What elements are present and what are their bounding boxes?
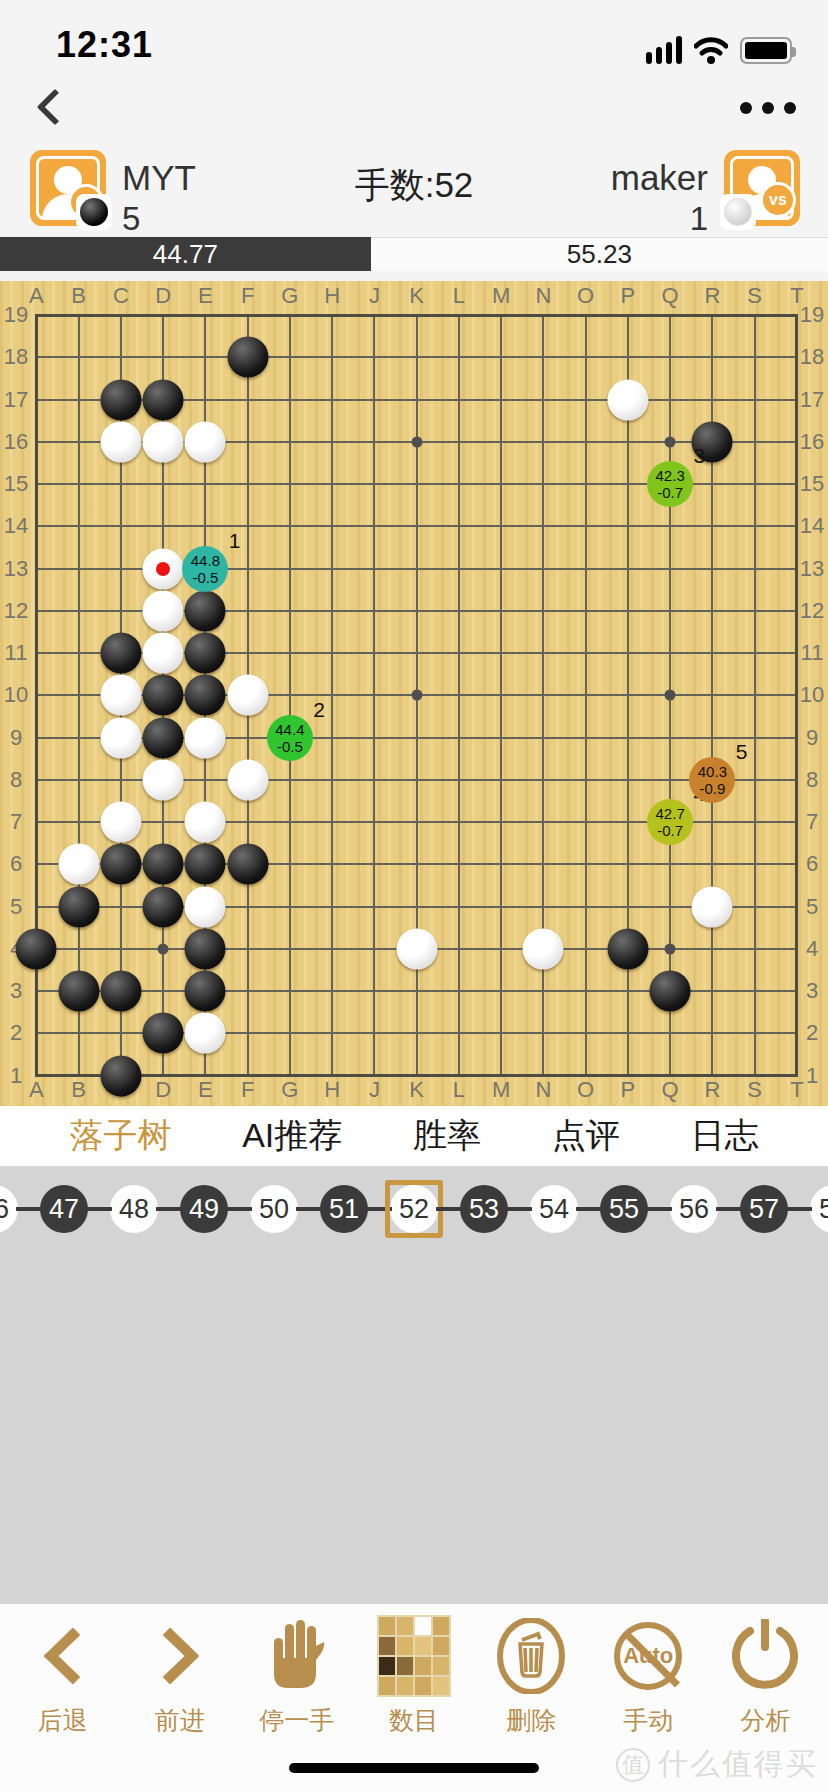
black-stone-C3[interactable] (100, 971, 141, 1012)
coord-row-left: 16 (4, 429, 28, 455)
coord-col-bottom: M (492, 1077, 510, 1103)
go-board[interactable]: AABBCCDDEEFFGGHHJJKKLLMMNNOOPPQQRRSSTT19… (0, 281, 828, 1106)
cellular-signal-icon (646, 36, 682, 64)
last-move-marker (156, 562, 170, 576)
coord-row-right: 19 (800, 302, 824, 328)
white-stone-D8[interactable] (143, 759, 184, 800)
coord-row-right: 11 (801, 640, 824, 666)
black-stone-C11[interactable] (100, 633, 141, 674)
black-stone-E12[interactable] (185, 590, 226, 631)
coord-col-bottom: F (241, 1077, 254, 1103)
home-indicator[interactable] (289, 1763, 539, 1773)
coord-row-right: 5 (806, 894, 818, 920)
coord-row-right: 18 (800, 344, 824, 370)
move-tree-panel: 46474849505152535455565758 (0, 1166, 828, 1604)
back-button[interactable] (37, 89, 74, 126)
winrate-bar: 44.77 55.23 (0, 237, 828, 271)
white-stone-E5[interactable] (185, 886, 226, 927)
hand-pass-icon (266, 1618, 328, 1694)
coord-row-left: 15 (4, 471, 28, 497)
spacer (0, 271, 828, 281)
coord-row-right: 14 (800, 513, 824, 539)
coord-col-top: F (241, 283, 254, 309)
coord-col-bottom: Q (662, 1077, 679, 1103)
white-stone-F8[interactable] (227, 759, 268, 800)
black-stone-P4[interactable] (607, 928, 648, 969)
no-auto-icon: Auto (614, 1618, 682, 1694)
coord-row-left: 13 (4, 556, 28, 582)
coord-col-bottom: A (29, 1077, 44, 1103)
coord-row-right: 1 (806, 1063, 818, 1089)
black-stone-D5[interactable] (143, 886, 184, 927)
battery-icon (740, 37, 792, 64)
coord-row-left: 18 (4, 344, 28, 370)
coord-col-bottom: T (790, 1077, 803, 1103)
black-stone-F6[interactable] (227, 844, 268, 885)
status-icons (646, 34, 792, 64)
ai-suggestion-E13[interactable]: 44.8-0.51 (182, 546, 228, 592)
coord-row-right: 15 (800, 471, 824, 497)
coord-col-bottom: R (704, 1077, 720, 1103)
trash-icon (496, 1618, 566, 1694)
coord-col-top: Q (662, 283, 679, 309)
white-stone-R5[interactable] (692, 886, 733, 927)
white-stone-K4[interactable] (396, 928, 437, 969)
white-player-captures: 1 (690, 200, 708, 238)
star-point (158, 943, 169, 954)
coord-col-top: B (71, 283, 86, 309)
coord-row-right: 13 (800, 556, 824, 582)
tab-log[interactable]: 日志 (691, 1113, 759, 1159)
winrate-black-segment: 44.77 (0, 237, 371, 271)
status-time: 12:31 (56, 24, 153, 66)
tab-winrate[interactable]: 胜率 (413, 1113, 481, 1159)
coord-col-top: L (453, 283, 465, 309)
black-stone-B5[interactable] (58, 886, 99, 927)
black-stone-E11[interactable] (185, 633, 226, 674)
pass-button[interactable]: 停一手 (242, 1618, 352, 1737)
coord-col-bottom: H (324, 1077, 340, 1103)
white-stone-C7[interactable] (100, 802, 141, 843)
black-stone-D2[interactable] (143, 1013, 184, 1054)
coord-col-top: E (198, 283, 213, 309)
winrate-white-segment: 55.23 (371, 237, 828, 271)
tab-ai-suggest[interactable]: AI推荐 (242, 1113, 342, 1159)
coord-row-left: 17 (4, 387, 28, 413)
white-stone-D11[interactable] (143, 633, 184, 674)
coord-col-top: J (369, 283, 380, 309)
coord-col-top: O (577, 283, 594, 309)
power-analyze-icon (730, 1618, 800, 1694)
nav-bar (0, 88, 828, 150)
coord-row-left: 3 (10, 978, 22, 1004)
black-stone-C6[interactable] (100, 844, 141, 885)
coord-col-bottom: B (71, 1077, 86, 1103)
coord-row-left: 9 (10, 725, 22, 751)
coord-col-bottom: P (621, 1077, 636, 1103)
black-stone-A4[interactable] (16, 928, 57, 969)
coord-col-top: D (155, 283, 171, 309)
ai-suggestion-Q7[interactable]: 42.7-0.74 (647, 799, 693, 845)
white-player-avatar[interactable]: vs (724, 150, 800, 226)
watermark-logo: 值 (616, 1748, 650, 1782)
coord-row-right: 8 (806, 767, 818, 793)
bottom-toolbar: 后退 前进 (0, 1604, 828, 1792)
tab-bar: 落子树 AI推荐 胜率 点评 日志 (0, 1106, 828, 1166)
coord-row-left: 12 (4, 598, 28, 624)
coord-col-top: S (747, 283, 762, 309)
coord-row-right: 4 (806, 936, 818, 962)
black-stone-E6[interactable] (185, 844, 226, 885)
analyze-button[interactable]: 分析 (710, 1618, 820, 1737)
ai-suggestion-G9[interactable]: 44.4-0.52 (267, 715, 313, 761)
coord-row-right: 9 (806, 725, 818, 751)
coord-row-left: 10 (4, 682, 28, 708)
forward-button[interactable]: 前进 (125, 1618, 235, 1737)
players-row: vs MYT 5 手数:52 maker 1 vs (0, 150, 828, 237)
counting-grid-icon (377, 1618, 451, 1694)
white-stone-E9[interactable] (185, 717, 226, 758)
chevron-left-icon (43, 1618, 83, 1694)
coord-col-bottom: K (409, 1077, 424, 1103)
watermark: 值 什么值得买 (616, 1744, 818, 1785)
white-stone-badge (720, 194, 756, 230)
tab-review[interactable]: 点评 (552, 1113, 620, 1159)
ai-suggestion-Q15[interactable]: 42.3-0.73 (647, 461, 693, 507)
white-stone-C9[interactable] (100, 717, 141, 758)
coord-row-right: 6 (806, 851, 818, 877)
white-stone-C16[interactable] (100, 421, 141, 462)
star-point (411, 690, 422, 701)
coord-row-right: 7 (806, 809, 818, 835)
vs-badge: vs (760, 182, 796, 218)
coord-col-top: P (621, 283, 636, 309)
black-stone-E4[interactable] (185, 928, 226, 969)
black-stone-E3[interactable] (185, 971, 226, 1012)
black-stone-C1[interactable] (100, 1055, 141, 1096)
coord-row-right: 2 (806, 1020, 818, 1046)
white-player-name: maker (611, 158, 708, 198)
status-bar: 12:31 (0, 0, 828, 88)
move-number-strip[interactable]: 46474849505152535455565758 (0, 1176, 828, 1242)
star-point (665, 943, 676, 954)
coord-col-top: R (704, 283, 720, 309)
white-stone-N4[interactable] (523, 928, 564, 969)
black-stone-E10[interactable] (185, 675, 226, 716)
black-stone-C17[interactable] (100, 379, 141, 420)
manual-button[interactable]: Auto 手动 (593, 1618, 703, 1737)
coord-row-right: 17 (800, 387, 824, 413)
white-stone-E2[interactable] (185, 1013, 226, 1054)
white-stone-B6[interactable] (58, 844, 99, 885)
count-button[interactable]: 数目 (359, 1618, 469, 1737)
coord-col-top: C (113, 283, 129, 309)
delete-button[interactable]: 删除 (476, 1618, 586, 1737)
star-point (665, 436, 676, 447)
white-stone-E16[interactable] (185, 421, 226, 462)
coord-col-top: G (281, 283, 298, 309)
coord-row-left: 5 (10, 894, 22, 920)
coord-col-bottom: J (369, 1077, 380, 1103)
coord-col-top: A (29, 283, 44, 309)
coord-row-right: 12 (800, 598, 824, 624)
coord-row-right: 3 (806, 978, 818, 1004)
coord-col-bottom: L (453, 1077, 465, 1103)
black-stone-B3[interactable] (58, 971, 99, 1012)
coord-col-bottom: E (198, 1077, 213, 1103)
white-stone-C10[interactable] (100, 675, 141, 716)
tab-move-tree[interactable]: 落子树 (69, 1113, 171, 1159)
coord-col-top: N (535, 283, 551, 309)
coord-row-left: 1 (10, 1063, 22, 1089)
coord-col-bottom: S (747, 1077, 762, 1103)
black-stone-D6[interactable] (143, 844, 184, 885)
undo-button[interactable]: 后退 (8, 1618, 118, 1737)
chevron-right-icon (160, 1618, 200, 1694)
coord-row-right: 10 (800, 682, 824, 708)
coord-col-bottom: G (281, 1077, 298, 1103)
black-stone-F18[interactable] (227, 337, 268, 378)
coord-row-left: 7 (10, 809, 22, 835)
white-stone-P17[interactable] (607, 379, 648, 420)
more-menu-button[interactable] (740, 102, 796, 114)
coord-col-bottom: O (577, 1077, 594, 1103)
black-stone-D17[interactable] (143, 379, 184, 420)
coord-row-left: 2 (10, 1020, 22, 1046)
wifi-icon (694, 36, 728, 64)
white-stone-F10[interactable] (227, 675, 268, 716)
ai-suggestion-R8[interactable]: 40.3-0.95 (689, 757, 735, 803)
coord-row-left: 11 (5, 640, 28, 666)
coord-col-top: M (492, 283, 510, 309)
app-screen: 12:31 vs MYT 5 手数:52 maker 1 vs (0, 0, 828, 1792)
coord-col-top: K (409, 283, 424, 309)
coord-row-left: 14 (4, 513, 28, 539)
star-point (665, 690, 676, 701)
white-stone-E7[interactable] (185, 802, 226, 843)
coord-col-top: H (324, 283, 340, 309)
coord-col-bottom: D (155, 1077, 171, 1103)
coord-col-bottom: N (535, 1077, 551, 1103)
black-stone-D10[interactable] (143, 675, 184, 716)
move-node-58[interactable]: 58 (799, 1176, 828, 1242)
coord-row-left: 19 (4, 302, 28, 328)
black-stone-D9[interactable] (143, 717, 184, 758)
white-stone-D16[interactable] (143, 421, 184, 462)
coord-row-left: 8 (10, 767, 22, 793)
coord-row-right: 16 (800, 429, 824, 455)
black-stone-Q3[interactable] (650, 971, 691, 1012)
white-stone-D12[interactable] (143, 590, 184, 631)
star-point (411, 436, 422, 447)
coord-row-left: 6 (10, 851, 22, 877)
